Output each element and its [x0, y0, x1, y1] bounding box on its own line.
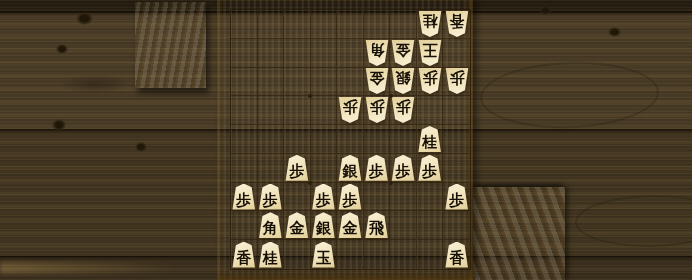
- square-9c[interactable]: [231, 68, 258, 97]
- piece-wrapper: 歩: [445, 184, 469, 210]
- square-2b[interactable]: 王: [417, 39, 444, 68]
- square-9f[interactable]: [231, 154, 258, 183]
- piece-wrapper: 金: [338, 212, 362, 238]
- piece-wrapper: 香: [232, 242, 256, 268]
- komadai-top-left: [135, 2, 206, 88]
- piece-sente-knight[interactable]: 桂: [258, 242, 282, 268]
- square-2f[interactable]: 歩: [417, 154, 444, 183]
- piece-sente-bishop[interactable]: 角: [258, 212, 282, 238]
- komadai-bottom-right: [473, 187, 565, 280]
- shogi-board: 桂香角金王金銀歩歩歩歩歩桂歩銀歩歩歩歩歩歩歩歩角金銀金飛香桂玉香: [217, 0, 473, 280]
- piece-wrapper: 銀: [338, 155, 362, 181]
- piece-sente-pawn[interactable]: 歩: [338, 184, 362, 210]
- square-3e[interactable]: [390, 125, 417, 154]
- square-5g[interactable]: 歩: [337, 183, 364, 212]
- piece-gote-pawn[interactable]: 歩: [338, 97, 362, 123]
- square-6a[interactable]: [311, 10, 338, 39]
- piece-wrapper: 香: [445, 11, 469, 37]
- wood-highlight-streak: [0, 262, 175, 274]
- piece-sente-lance[interactable]: 香: [445, 242, 469, 268]
- square-9b[interactable]: [231, 39, 258, 68]
- wood-knot: [540, 6, 551, 15]
- piece-wrapper: 歩: [285, 155, 309, 181]
- piece-gote-pawn[interactable]: 歩: [418, 68, 442, 94]
- square-6e[interactable]: [311, 125, 338, 154]
- square-1a[interactable]: 香: [443, 10, 470, 39]
- piece-wrapper: 香: [445, 242, 469, 268]
- piece-wrapper: 王: [418, 40, 442, 66]
- piece-sente-pawn[interactable]: 歩: [445, 184, 469, 210]
- square-1d[interactable]: [443, 96, 470, 125]
- square-2g[interactable]: [417, 183, 444, 212]
- piece-wrapper: 歩: [391, 97, 415, 123]
- square-8d[interactable]: [258, 96, 285, 125]
- piece-sente-pawn[interactable]: 歩: [258, 184, 282, 210]
- piece-gote-gold[interactable]: 金: [391, 40, 415, 66]
- square-8i[interactable]: 桂: [258, 240, 285, 269]
- square-5h[interactable]: 金: [337, 211, 364, 240]
- square-5i[interactable]: [337, 240, 364, 269]
- piece-sente-silver[interactable]: 銀: [311, 212, 335, 238]
- piece-sente-pawn[interactable]: 歩: [285, 155, 309, 181]
- square-3c[interactable]: 銀: [390, 68, 417, 97]
- piece-wrapper: 玉: [311, 242, 335, 268]
- square-3d[interactable]: 歩: [390, 96, 417, 125]
- piece-wrapper: 歩: [418, 155, 442, 181]
- piece-gote-silver[interactable]: 銀: [391, 68, 415, 94]
- piece-wrapper: 銀: [311, 212, 335, 238]
- wood-knot: [56, 44, 68, 54]
- piece-wrapper: 歩: [365, 97, 389, 123]
- square-7i[interactable]: [284, 240, 311, 269]
- square-7a[interactable]: [284, 10, 311, 39]
- piece-wrapper: 歩: [338, 184, 362, 210]
- square-5b[interactable]: [337, 39, 364, 68]
- piece-wrapper: 歩: [338, 97, 362, 123]
- square-4f[interactable]: 歩: [364, 154, 391, 183]
- square-2a[interactable]: 桂: [417, 10, 444, 39]
- square-3h[interactable]: [390, 211, 417, 240]
- square-6g[interactable]: 歩: [311, 183, 338, 212]
- square-3f[interactable]: 歩: [390, 154, 417, 183]
- piece-sente-lance[interactable]: 香: [232, 242, 256, 268]
- piece-gote-pawn[interactable]: 歩: [445, 68, 469, 94]
- piece-wrapper: 金: [391, 40, 415, 66]
- piece-sente-rook[interactable]: 飛: [365, 212, 389, 238]
- square-8h[interactable]: 角: [258, 211, 285, 240]
- piece-gote-pawn[interactable]: 歩: [365, 97, 389, 123]
- square-6h[interactable]: 銀: [311, 211, 338, 240]
- piece-wrapper: 歩: [365, 155, 389, 181]
- board-grid: 桂香角金王金銀歩歩歩歩歩桂歩銀歩歩歩歩歩歩歩歩角金銀金飛香桂玉香: [230, 9, 471, 270]
- piece-wrapper: 桂: [418, 126, 442, 152]
- square-4d[interactable]: 歩: [364, 96, 391, 125]
- square-7g[interactable]: [284, 183, 311, 212]
- piece-sente-knight[interactable]: 桂: [418, 126, 442, 152]
- square-6f[interactable]: [311, 154, 338, 183]
- piece-sente-pawn[interactable]: 歩: [311, 184, 335, 210]
- square-9h[interactable]: [231, 211, 258, 240]
- piece-wrapper: 銀: [391, 68, 415, 94]
- square-2c[interactable]: 歩: [417, 68, 444, 97]
- star-point: [308, 94, 312, 98]
- piece-wrapper: 歩: [445, 68, 469, 94]
- square-7e[interactable]: [284, 125, 311, 154]
- square-8a[interactable]: [258, 10, 285, 39]
- piece-gote-knight[interactable]: 桂: [418, 11, 442, 37]
- piece-gote-pawn[interactable]: 歩: [391, 97, 415, 123]
- square-8c[interactable]: [258, 68, 285, 97]
- piece-wrapper: 角: [365, 40, 389, 66]
- square-1f[interactable]: [443, 154, 470, 183]
- piece-wrapper: 歩: [311, 184, 335, 210]
- square-7f[interactable]: 歩: [284, 154, 311, 183]
- square-2h[interactable]: [417, 211, 444, 240]
- square-1c[interactable]: 歩: [443, 68, 470, 97]
- piece-wrapper: 飛: [365, 212, 389, 238]
- square-4a[interactable]: [364, 10, 391, 39]
- piece-sente-king[interactable]: 玉: [311, 242, 335, 268]
- piece-sente-pawn[interactable]: 歩: [232, 184, 256, 210]
- star-point: [389, 94, 393, 98]
- square-5c[interactable]: [337, 68, 364, 97]
- piece-sente-gold[interactable]: 金: [285, 212, 309, 238]
- square-7h[interactable]: 金: [284, 211, 311, 240]
- piece-gote-lance[interactable]: 香: [445, 11, 469, 37]
- square-8e[interactable]: [258, 125, 285, 154]
- square-6c[interactable]: [311, 68, 338, 97]
- square-9i[interactable]: 香: [231, 240, 258, 269]
- wood-knot: [76, 12, 93, 25]
- piece-wrapper: 桂: [258, 242, 282, 268]
- piece-wrapper: 歩: [391, 155, 415, 181]
- piece-gote-gold[interactable]: 金: [365, 68, 389, 94]
- piece-wrapper: 歩: [418, 68, 442, 94]
- piece-sente-pawn[interactable]: 歩: [418, 155, 442, 181]
- square-7c[interactable]: [284, 68, 311, 97]
- square-7b[interactable]: [284, 39, 311, 68]
- square-3g[interactable]: [390, 183, 417, 212]
- star-point: [389, 181, 393, 185]
- square-9g[interactable]: 歩: [231, 183, 258, 212]
- square-1i[interactable]: 香: [443, 240, 470, 269]
- photo-scene: 桂香角金王金銀歩歩歩歩歩桂歩銀歩歩歩歩歩歩歩歩角金銀金飛香桂玉香: [0, 0, 692, 280]
- piece-wrapper: 桂: [418, 11, 442, 37]
- square-9e[interactable]: [231, 125, 258, 154]
- square-6i[interactable]: 玉: [311, 240, 338, 269]
- piece-wrapper: 金: [285, 212, 309, 238]
- square-5d[interactable]: 歩: [337, 96, 364, 125]
- wood-knot: [135, 142, 147, 152]
- square-4b[interactable]: 角: [364, 39, 391, 68]
- square-1b[interactable]: [443, 39, 470, 68]
- wood-knot: [608, 27, 621, 37]
- square-8b[interactable]: [258, 39, 285, 68]
- piece-wrapper: 金: [365, 68, 389, 94]
- square-5f[interactable]: 銀: [337, 154, 364, 183]
- piece-gote-bishop[interactable]: 角: [365, 40, 389, 66]
- square-7d[interactable]: [284, 96, 311, 125]
- square-6b[interactable]: [311, 39, 338, 68]
- piece-sente-pawn[interactable]: 歩: [391, 155, 415, 181]
- square-4i[interactable]: [364, 240, 391, 269]
- square-9a[interactable]: [231, 10, 258, 39]
- square-5e[interactable]: [337, 125, 364, 154]
- piece-gote-king[interactable]: 王: [418, 40, 442, 66]
- square-4e[interactable]: [364, 125, 391, 154]
- piece-sente-gold[interactable]: 金: [338, 212, 362, 238]
- square-8f[interactable]: [258, 154, 285, 183]
- square-3i[interactable]: [390, 240, 417, 269]
- piece-sente-silver[interactable]: 銀: [338, 155, 362, 181]
- square-2i[interactable]: [417, 240, 444, 269]
- square-1h[interactable]: [443, 211, 470, 240]
- piece-wrapper: 歩: [232, 184, 256, 210]
- square-3a[interactable]: [390, 10, 417, 39]
- square-8g[interactable]: 歩: [258, 183, 285, 212]
- square-2e[interactable]: 桂: [417, 125, 444, 154]
- square-4c[interactable]: 金: [364, 68, 391, 97]
- square-2d[interactable]: [417, 96, 444, 125]
- piece-wrapper: 歩: [258, 184, 282, 210]
- wood-stain: [58, 74, 132, 94]
- piece-sente-pawn[interactable]: 歩: [365, 155, 389, 181]
- wood-knot: [52, 119, 66, 131]
- square-4g[interactable]: [364, 183, 391, 212]
- square-6d[interactable]: [311, 96, 338, 125]
- square-9d[interactable]: [231, 96, 258, 125]
- piece-wrapper: 角: [258, 212, 282, 238]
- square-3b[interactable]: 金: [390, 39, 417, 68]
- square-1g[interactable]: 歩: [443, 183, 470, 212]
- star-point: [308, 181, 312, 185]
- square-1e[interactable]: [443, 125, 470, 154]
- square-5a[interactable]: [337, 10, 364, 39]
- square-4h[interactable]: 飛: [364, 211, 391, 240]
